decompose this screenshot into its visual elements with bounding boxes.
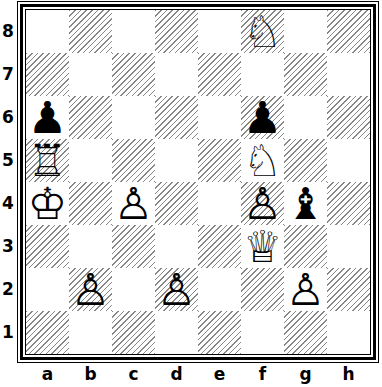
square-b1 (69, 311, 112, 354)
square-h5 (327, 139, 370, 182)
rank-label-8: 8 (0, 10, 16, 53)
square-a7 (26, 53, 69, 96)
square-b4 (69, 182, 112, 225)
file-label-d: d (155, 362, 198, 386)
file-label-g: g (284, 362, 327, 386)
square-h7 (327, 53, 370, 96)
rank-label-7: 7 (0, 53, 16, 96)
square-b3 (69, 225, 112, 268)
square-h6 (327, 96, 370, 139)
square-g4: ♝ (284, 182, 327, 225)
square-f3: ♕ (241, 225, 284, 268)
piece-black-pawn: ♟ (241, 96, 284, 139)
square-a2 (26, 268, 69, 311)
square-f4: ♙ (241, 182, 284, 225)
square-d1 (155, 311, 198, 354)
board-frame-inner: ♘♟♟♖♘♔♙♙♝♕♙♙♙ (25, 9, 371, 355)
chess-diagram: 87654321 ♘♟♟♖♘♔♙♙♝♕♙♙♙ abcdefgh (0, 0, 382, 387)
rank-label-5: 5 (0, 139, 16, 182)
square-b6 (69, 96, 112, 139)
rank-label-3: 3 (0, 225, 16, 268)
square-d6 (155, 96, 198, 139)
square-e4 (198, 182, 241, 225)
square-d7 (155, 53, 198, 96)
board-frame-thick: ♘♟♟♖♘♔♙♙♝♕♙♙♙ (20, 4, 376, 360)
square-g5 (284, 139, 327, 182)
piece-white-pawn: ♙ (155, 268, 198, 311)
square-h3 (327, 225, 370, 268)
board-frame: ♘♟♟♖♘♔♙♙♝♕♙♙♙ (17, 1, 379, 363)
file-label-a: a (26, 362, 69, 386)
rank-label-6: 6 (0, 96, 16, 139)
square-a8 (26, 10, 69, 53)
rank-label-2: 2 (0, 268, 16, 311)
piece-white-rook: ♖ (26, 139, 69, 182)
piece-white-pawn: ♙ (241, 182, 284, 225)
square-a6: ♟ (26, 96, 69, 139)
square-h1 (327, 311, 370, 354)
square-a1 (26, 311, 69, 354)
square-c2 (112, 268, 155, 311)
file-label-b: b (69, 362, 112, 386)
square-g7 (284, 53, 327, 96)
square-f7 (241, 53, 284, 96)
square-c6 (112, 96, 155, 139)
square-e1 (198, 311, 241, 354)
square-d3 (155, 225, 198, 268)
file-label-c: c (112, 362, 155, 386)
square-b5 (69, 139, 112, 182)
piece-black-bishop: ♝ (284, 182, 327, 225)
square-e2 (198, 268, 241, 311)
square-c3 (112, 225, 155, 268)
piece-white-knight: ♘ (241, 139, 284, 182)
file-label-h: h (327, 362, 370, 386)
piece-white-pawn: ♙ (112, 182, 155, 225)
square-g1 (284, 311, 327, 354)
square-a3 (26, 225, 69, 268)
piece-white-knight: ♘ (241, 10, 284, 53)
square-d8 (155, 10, 198, 53)
square-c4: ♙ (112, 182, 155, 225)
square-e8 (198, 10, 241, 53)
square-g8 (284, 10, 327, 53)
piece-black-pawn: ♟ (26, 96, 69, 139)
square-d5 (155, 139, 198, 182)
square-d4 (155, 182, 198, 225)
chess-board: ♘♟♟♖♘♔♙♙♝♕♙♙♙ (26, 10, 370, 354)
square-c5 (112, 139, 155, 182)
square-a5: ♖ (26, 139, 69, 182)
square-b8 (69, 10, 112, 53)
rank-labels: 87654321 (0, 10, 16, 354)
square-f1 (241, 311, 284, 354)
square-f2 (241, 268, 284, 311)
square-c8 (112, 10, 155, 53)
square-g3 (284, 225, 327, 268)
piece-white-pawn: ♙ (69, 268, 112, 311)
square-e5 (198, 139, 241, 182)
rank-label-4: 4 (0, 182, 16, 225)
square-e6 (198, 96, 241, 139)
square-b7 (69, 53, 112, 96)
square-f5: ♘ (241, 139, 284, 182)
square-h2 (327, 268, 370, 311)
rank-label-1: 1 (0, 311, 16, 354)
square-h4 (327, 182, 370, 225)
file-label-f: f (241, 362, 284, 386)
square-f6: ♟ (241, 96, 284, 139)
square-e7 (198, 53, 241, 96)
square-g6 (284, 96, 327, 139)
square-c1 (112, 311, 155, 354)
square-b2: ♙ (69, 268, 112, 311)
file-label-e: e (198, 362, 241, 386)
square-a4: ♔ (26, 182, 69, 225)
square-g2: ♙ (284, 268, 327, 311)
square-c7 (112, 53, 155, 96)
piece-white-pawn: ♙ (284, 268, 327, 311)
file-labels: abcdefgh (26, 362, 370, 386)
square-f8: ♘ (241, 10, 284, 53)
square-d2: ♙ (155, 268, 198, 311)
square-e3 (198, 225, 241, 268)
square-h8 (327, 10, 370, 53)
piece-white-queen: ♕ (241, 225, 284, 268)
piece-white-king: ♔ (26, 182, 69, 225)
